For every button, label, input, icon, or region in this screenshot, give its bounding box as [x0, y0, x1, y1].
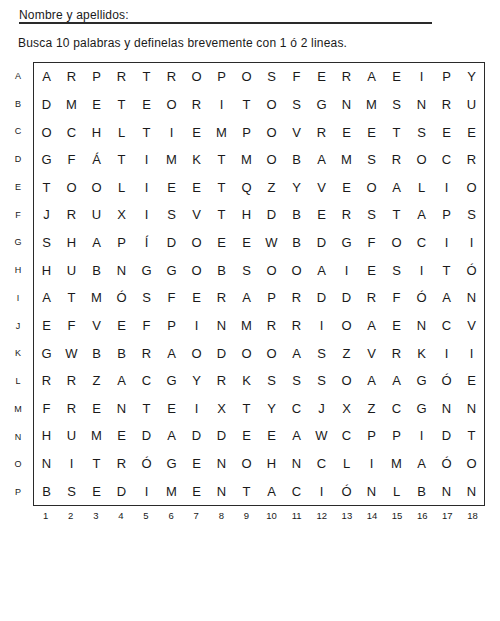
- grid-cell-L18: E: [459, 367, 484, 395]
- grid-cell-D9: M: [234, 146, 259, 174]
- grid-cell-H18: Ó: [459, 256, 484, 284]
- grid-cell-L6: G: [159, 367, 184, 395]
- col-label-11: 11: [284, 508, 309, 522]
- grid-cell-O13: L: [334, 450, 359, 478]
- grid-cell-O16: A: [409, 450, 434, 478]
- grid-cell-K17: I: [434, 339, 459, 367]
- grid-cell-K14: V: [359, 339, 384, 367]
- grid-cell-N6: A: [159, 422, 184, 450]
- grid-cell-K3: B: [84, 339, 109, 367]
- grid-cell-L7: Y: [184, 367, 209, 395]
- grid-cell-O2: I: [59, 450, 84, 478]
- grid-cell-P18: N: [459, 477, 484, 505]
- grid-cell-C2: C: [59, 118, 84, 146]
- word-search-grid: ARPRTROPOSFERAEIPYDMETEORITOSGNMSNRUOCHL…: [33, 62, 485, 506]
- grid-cell-N7: D: [184, 422, 209, 450]
- grid-cell-K8: D: [209, 339, 234, 367]
- grid-cell-P15: L: [384, 477, 409, 505]
- grid-cell-A8: P: [209, 63, 234, 91]
- grid-cell-O5: Ó: [134, 450, 159, 478]
- name-blank-line: Nombre y apellidos:: [19, 5, 432, 24]
- grid-cell-O9: O: [234, 450, 259, 478]
- grid-cell-J8: N: [209, 312, 234, 340]
- grid-cell-I10: P: [259, 284, 284, 312]
- name-label: Nombre y apellidos:: [19, 8, 129, 22]
- grid-cell-L3: Z: [84, 367, 109, 395]
- col-label-1: 1: [33, 508, 58, 522]
- grid-cell-C5: T: [134, 118, 159, 146]
- grid-cell-C9: P: [234, 118, 259, 146]
- grid-cell-D18: R: [459, 146, 484, 174]
- grid-cell-G17: I: [434, 229, 459, 257]
- grid-cell-K2: W: [59, 339, 84, 367]
- grid-cell-I5: S: [134, 284, 159, 312]
- grid-cell-C7: E: [184, 118, 209, 146]
- grid-cell-F16: A: [409, 201, 434, 229]
- grid-cell-B8: I: [209, 91, 234, 119]
- grid-cell-B12: G: [309, 91, 334, 119]
- grid-cell-M6: E: [159, 395, 184, 423]
- grid-cell-C6: I: [159, 118, 184, 146]
- row-label-M: M: [8, 395, 28, 423]
- instruction-text: Busca 10 palabras y definelas brevemente…: [18, 36, 347, 50]
- grid-cell-G14: F: [359, 229, 384, 257]
- row-label-N: N: [8, 423, 28, 451]
- grid-cell-E3: O: [84, 174, 109, 202]
- grid-cell-E14: O: [359, 174, 384, 202]
- grid-cell-K12: S: [309, 339, 334, 367]
- row-label-J: J: [8, 312, 28, 340]
- grid-cell-L1: R: [34, 367, 59, 395]
- grid-cell-J10: R: [259, 312, 284, 340]
- grid-cell-E16: L: [409, 174, 434, 202]
- grid-cell-H3: B: [84, 256, 109, 284]
- grid-cell-M14: Z: [359, 395, 384, 423]
- row-label-G: G: [8, 229, 28, 257]
- grid-cell-M1: F: [34, 395, 59, 423]
- grid-cell-I17: A: [434, 284, 459, 312]
- grid-cell-C15: T: [384, 118, 409, 146]
- grid-cell-K5: R: [134, 339, 159, 367]
- col-label-5: 5: [133, 508, 158, 522]
- grid-cell-F13: R: [334, 201, 359, 229]
- grid-cell-F11: B: [284, 201, 309, 229]
- col-label-17: 17: [435, 508, 460, 522]
- grid-cell-C18: E: [459, 118, 484, 146]
- grid-cell-B18: U: [459, 91, 484, 119]
- grid-cell-M8: X: [209, 395, 234, 423]
- grid-cell-P12: I: [309, 477, 334, 505]
- grid-cell-K9: O: [234, 339, 259, 367]
- row-labels: ABCDEFGHIJKLMNOP: [8, 62, 28, 506]
- grid-cell-B5: E: [134, 91, 159, 119]
- grid-cell-I3: M: [84, 284, 109, 312]
- grid-cell-L5: C: [134, 367, 159, 395]
- grid-cell-F9: H: [234, 201, 259, 229]
- grid-cell-C13: E: [334, 118, 359, 146]
- grid-cell-G1: S: [34, 229, 59, 257]
- grid-cell-J9: M: [234, 312, 259, 340]
- grid-cell-G6: D: [159, 229, 184, 257]
- grid-cell-B16: N: [409, 91, 434, 119]
- grid-cell-C12: R: [309, 118, 334, 146]
- grid-cell-F7: V: [184, 201, 209, 229]
- grid-cell-B3: E: [84, 91, 109, 119]
- grid-cell-A4: R: [109, 63, 134, 91]
- grid-cell-K13: Z: [334, 339, 359, 367]
- grid-cell-N9: E: [234, 422, 259, 450]
- grid-cell-D5: I: [134, 146, 159, 174]
- grid-cell-M17: N: [434, 395, 459, 423]
- grid-cell-L2: R: [59, 367, 84, 395]
- grid-cell-B15: S: [384, 91, 409, 119]
- grid-cell-B17: R: [434, 91, 459, 119]
- grid-cell-M18: N: [459, 395, 484, 423]
- grid-cell-C8: M: [209, 118, 234, 146]
- grid-cell-G16: C: [409, 229, 434, 257]
- col-label-2: 2: [58, 508, 83, 522]
- grid-cell-N18: T: [459, 422, 484, 450]
- grid-cell-J13: O: [334, 312, 359, 340]
- grid-cell-D6: M: [159, 146, 184, 174]
- grid-cell-K15: R: [384, 339, 409, 367]
- grid-cell-B13: N: [334, 91, 359, 119]
- grid-cell-J12: I: [309, 312, 334, 340]
- grid-cell-C10: O: [259, 118, 284, 146]
- col-labels: 123456789101112131415161718: [33, 508, 485, 522]
- grid-cell-A16: I: [409, 63, 434, 91]
- grid-cell-B10: O: [259, 91, 284, 119]
- grid-cell-G13: G: [334, 229, 359, 257]
- grid-cell-K4: B: [109, 339, 134, 367]
- grid-cell-H15: S: [384, 256, 409, 284]
- grid-cell-I2: T: [59, 284, 84, 312]
- col-label-7: 7: [184, 508, 209, 522]
- grid-cell-J1: E: [34, 312, 59, 340]
- grid-cell-A10: S: [259, 63, 284, 91]
- grid-cell-I8: R: [209, 284, 234, 312]
- grid-cell-D14: S: [359, 146, 384, 174]
- grid-cell-P2: S: [59, 477, 84, 505]
- row-label-A: A: [8, 62, 28, 90]
- grid-cell-F6: S: [159, 201, 184, 229]
- col-label-15: 15: [385, 508, 410, 522]
- col-label-9: 9: [234, 508, 259, 522]
- col-label-13: 13: [334, 508, 359, 522]
- grid-cell-F15: T: [384, 201, 409, 229]
- grid-cell-O8: N: [209, 450, 234, 478]
- grid-cell-G18: I: [459, 229, 484, 257]
- grid-cell-I7: E: [184, 284, 209, 312]
- grid-cell-C11: V: [284, 118, 309, 146]
- grid-cell-I15: F: [384, 284, 409, 312]
- grid-cell-P11: C: [284, 477, 309, 505]
- grid-cell-C17: E: [434, 118, 459, 146]
- grid-cell-H8: B: [209, 256, 234, 284]
- grid-cell-D3: Á: [84, 146, 109, 174]
- grid-cell-G12: D: [309, 229, 334, 257]
- grid-cell-M3: E: [84, 395, 109, 423]
- grid-cell-E5: I: [134, 174, 159, 202]
- grid-cell-N10: E: [259, 422, 284, 450]
- grid-cell-C16: S: [409, 118, 434, 146]
- grid-cell-L15: A: [384, 367, 409, 395]
- grid-cell-N13: C: [334, 422, 359, 450]
- grid-cell-B6: O: [159, 91, 184, 119]
- grid-cell-J2: F: [59, 312, 84, 340]
- grid-cell-P10: A: [259, 477, 284, 505]
- grid-cell-J6: P: [159, 312, 184, 340]
- grid-cell-L8: R: [209, 367, 234, 395]
- grid-cell-N15: P: [384, 422, 409, 450]
- grid-cell-N1: H: [34, 422, 59, 450]
- grid-cell-I12: D: [309, 284, 334, 312]
- grid-cell-M16: G: [409, 395, 434, 423]
- grid-cell-I16: Ó: [409, 284, 434, 312]
- grid-cell-A1: A: [34, 63, 59, 91]
- grid-cell-O12: C: [309, 450, 334, 478]
- grid-cell-E12: V: [309, 174, 334, 202]
- grid-cell-A5: T: [134, 63, 159, 91]
- grid-cell-F8: T: [209, 201, 234, 229]
- grid-cell-M12: J: [309, 395, 334, 423]
- grid-cell-N16: I: [409, 422, 434, 450]
- grid-cell-M13: X: [334, 395, 359, 423]
- grid-cell-G4: P: [109, 229, 134, 257]
- grid-cell-M10: Y: [259, 395, 284, 423]
- grid-cell-D7: K: [184, 146, 209, 174]
- grid-cell-M7: I: [184, 395, 209, 423]
- grid-cell-H14: E: [359, 256, 384, 284]
- grid-cell-J18: V: [459, 312, 484, 340]
- grid-cell-A17: P: [434, 63, 459, 91]
- grid-cell-E15: A: [384, 174, 409, 202]
- row-label-P: P: [8, 478, 28, 506]
- grid-cell-P16: B: [409, 477, 434, 505]
- grid-cell-B1: D: [34, 91, 59, 119]
- grid-cell-L9: K: [234, 367, 259, 395]
- col-label-4: 4: [108, 508, 133, 522]
- grid-cell-P4: D: [109, 477, 134, 505]
- grid-cell-A2: R: [59, 63, 84, 91]
- grid-cell-F14: S: [359, 201, 384, 229]
- grid-cell-N2: U: [59, 422, 84, 450]
- grid-cell-O4: R: [109, 450, 134, 478]
- grid-cell-F4: X: [109, 201, 134, 229]
- grid-cell-F17: P: [434, 201, 459, 229]
- grid-cell-D12: A: [309, 146, 334, 174]
- grid-cell-C1: O: [34, 118, 59, 146]
- grid-cell-O6: G: [159, 450, 184, 478]
- grid-cell-A6: R: [159, 63, 184, 91]
- grid-cell-G2: H: [59, 229, 84, 257]
- grid-cell-D1: G: [34, 146, 59, 174]
- grid-cell-O7: E: [184, 450, 209, 478]
- grid-cell-I4: Ó: [109, 284, 134, 312]
- row-label-D: D: [8, 145, 28, 173]
- grid-cell-J5: F: [134, 312, 159, 340]
- grid-cell-J17: C: [434, 312, 459, 340]
- grid-cell-D15: R: [384, 146, 409, 174]
- grid-cell-D11: B: [284, 146, 309, 174]
- grid-cell-P8: N: [209, 477, 234, 505]
- grid-cell-F12: E: [309, 201, 334, 229]
- grid-cell-D8: T: [209, 146, 234, 174]
- grid-cell-M2: R: [59, 395, 84, 423]
- grid-cell-N3: M: [84, 422, 109, 450]
- row-label-K: K: [8, 340, 28, 368]
- grid-cell-G7: O: [184, 229, 209, 257]
- row-label-C: C: [8, 118, 28, 146]
- grid-cell-P3: E: [84, 477, 109, 505]
- grid-cell-N12: W: [309, 422, 334, 450]
- grid-cell-L17: Ó: [434, 367, 459, 395]
- grid-cell-H13: I: [334, 256, 359, 284]
- col-label-12: 12: [309, 508, 334, 522]
- grid-cell-H11: O: [284, 256, 309, 284]
- col-label-10: 10: [259, 508, 284, 522]
- row-label-B: B: [8, 90, 28, 118]
- grid-cell-E7: E: [184, 174, 209, 202]
- grid-cell-L11: S: [284, 367, 309, 395]
- grid-cell-K1: G: [34, 339, 59, 367]
- grid-cell-P1: B: [34, 477, 59, 505]
- grid-cell-K16: K: [409, 339, 434, 367]
- grid-cell-H4: N: [109, 256, 134, 284]
- grid-cell-O18: O: [459, 450, 484, 478]
- col-label-16: 16: [410, 508, 435, 522]
- grid-cell-K18: I: [459, 339, 484, 367]
- grid-cell-L4: A: [109, 367, 134, 395]
- col-label-14: 14: [359, 508, 384, 522]
- grid-cell-C4: L: [109, 118, 134, 146]
- grid-cell-A11: F: [284, 63, 309, 91]
- grid-cell-I18: N: [459, 284, 484, 312]
- grid-cell-M11: C: [284, 395, 309, 423]
- grid-cell-L16: G: [409, 367, 434, 395]
- grid-cell-I1: A: [34, 284, 59, 312]
- col-label-3: 3: [83, 508, 108, 522]
- grid-cell-K6: A: [159, 339, 184, 367]
- grid-cell-O10: H: [259, 450, 284, 478]
- grid-cell-I13: D: [334, 284, 359, 312]
- grid-cell-N11: A: [284, 422, 309, 450]
- grid-cell-K7: O: [184, 339, 209, 367]
- grid-cell-J3: V: [84, 312, 109, 340]
- grid-cell-N8: D: [209, 422, 234, 450]
- grid-cell-A14: A: [359, 63, 384, 91]
- grid-cell-P14: N: [359, 477, 384, 505]
- grid-cell-L13: O: [334, 367, 359, 395]
- grid-cell-P13: Ó: [334, 477, 359, 505]
- grid-cell-H5: G: [134, 256, 159, 284]
- grid-cell-H7: O: [184, 256, 209, 284]
- grid-cell-P6: M: [159, 477, 184, 505]
- grid-cell-D10: O: [259, 146, 284, 174]
- grid-cell-A9: O: [234, 63, 259, 91]
- grid-cell-B14: M: [359, 91, 384, 119]
- grid-cell-I11: R: [284, 284, 309, 312]
- grid-cell-P9: T: [234, 477, 259, 505]
- grid-cell-E10: Z: [259, 174, 284, 202]
- grid-cell-F18: S: [459, 201, 484, 229]
- grid-cell-E9: Q: [234, 174, 259, 202]
- grid-cell-P5: I: [134, 477, 159, 505]
- grid-cell-F10: D: [259, 201, 284, 229]
- grid-cell-O1: N: [34, 450, 59, 478]
- grid-cell-A18: Y: [459, 63, 484, 91]
- grid-cell-F3: U: [84, 201, 109, 229]
- grid-cell-G9: E: [234, 229, 259, 257]
- grid-cell-G11: B: [284, 229, 309, 257]
- row-label-F: F: [8, 201, 28, 229]
- grid-cell-O11: N: [284, 450, 309, 478]
- grid-cell-B2: M: [59, 91, 84, 119]
- grid-cell-P17: N: [434, 477, 459, 505]
- grid-cell-J16: N: [409, 312, 434, 340]
- grid-cell-I14: R: [359, 284, 384, 312]
- grid-cell-E18: O: [459, 174, 484, 202]
- grid-cell-A7: O: [184, 63, 209, 91]
- worksheet-page: Nombre y apellidos: Busca 10 palabras y …: [0, 0, 500, 621]
- grid-cell-N4: E: [109, 422, 134, 450]
- grid-cell-P7: E: [184, 477, 209, 505]
- grid-cell-K11: A: [284, 339, 309, 367]
- grid-cell-O17: Ó: [434, 450, 459, 478]
- grid-cell-H10: O: [259, 256, 284, 284]
- grid-cell-E17: I: [434, 174, 459, 202]
- grid-cell-G3: A: [84, 229, 109, 257]
- row-label-O: O: [8, 451, 28, 479]
- grid-cell-H1: H: [34, 256, 59, 284]
- grid-cell-E11: Y: [284, 174, 309, 202]
- grid-cell-J7: I: [184, 312, 209, 340]
- row-label-I: I: [8, 284, 28, 312]
- grid-cell-L12: S: [309, 367, 334, 395]
- grid-cell-G5: Í: [134, 229, 159, 257]
- grid-cell-H12: A: [309, 256, 334, 284]
- grid-cell-D17: C: [434, 146, 459, 174]
- grid-cell-D4: T: [109, 146, 134, 174]
- col-label-6: 6: [159, 508, 184, 522]
- grid-cell-O14: I: [359, 450, 384, 478]
- grid-cell-M15: C: [384, 395, 409, 423]
- row-label-L: L: [8, 367, 28, 395]
- col-label-8: 8: [209, 508, 234, 522]
- grid-cell-B9: T: [234, 91, 259, 119]
- grid-cell-G10: W: [259, 229, 284, 257]
- grid-cell-N5: D: [134, 422, 159, 450]
- grid-cell-C14: E: [359, 118, 384, 146]
- grid-cell-M5: T: [134, 395, 159, 423]
- grid-cell-D13: M: [334, 146, 359, 174]
- grid-cell-F1: J: [34, 201, 59, 229]
- grid-cell-C3: H: [84, 118, 109, 146]
- grid-cell-M9: T: [234, 395, 259, 423]
- grid-cell-M4: N: [109, 395, 134, 423]
- grid-cell-N17: D: [434, 422, 459, 450]
- grid-cell-H16: I: [409, 256, 434, 284]
- grid-cell-L10: S: [259, 367, 284, 395]
- grid-cell-D16: O: [409, 146, 434, 174]
- grid-cell-D2: F: [59, 146, 84, 174]
- grid-cell-H9: S: [234, 256, 259, 284]
- grid-cell-L14: A: [359, 367, 384, 395]
- grid-cell-N14: P: [359, 422, 384, 450]
- grid-cell-O15: M: [384, 450, 409, 478]
- grid-cell-E13: E: [334, 174, 359, 202]
- col-label-18: 18: [460, 508, 485, 522]
